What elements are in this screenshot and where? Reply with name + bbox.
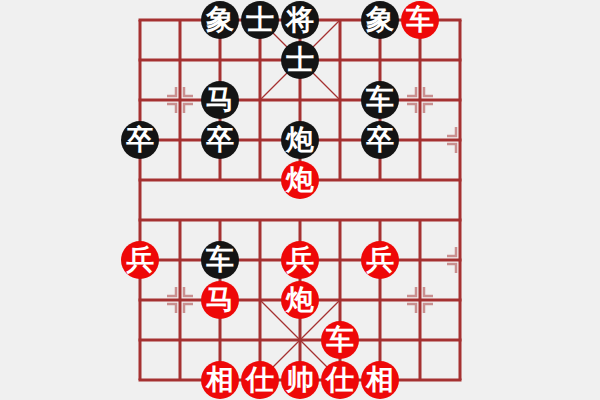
board-point-8-9[interactable] — [440, 360, 480, 400]
board-point-2-1[interactable] — [200, 40, 240, 80]
board-point-4-5[interactable] — [280, 200, 320, 240]
board-point-0-7[interactable] — [120, 280, 160, 320]
board-point-3-5[interactable] — [240, 200, 280, 240]
piece-red-pawn[interactable]: 兵 — [281, 241, 319, 279]
board-point-5-9[interactable]: 仕 — [320, 360, 360, 400]
board-point-2-7[interactable]: 马 — [200, 280, 240, 320]
board-point-6-8[interactable] — [360, 320, 400, 360]
board-point-3-1[interactable] — [240, 40, 280, 80]
board-point-8-1[interactable] — [440, 40, 480, 80]
board-point-6-9[interactable]: 相 — [360, 360, 400, 400]
piece-red-pawn[interactable]: 兵 — [361, 241, 399, 279]
piece-black-pawn[interactable]: 卒 — [201, 121, 239, 159]
board-point-8-2[interactable] — [440, 80, 480, 120]
board-point-2-9[interactable]: 相 — [200, 360, 240, 400]
board-point-5-2[interactable] — [320, 80, 360, 120]
board-point-3-0[interactable]: 士 — [240, 0, 280, 40]
board-point-0-6[interactable]: 兵 — [120, 240, 160, 280]
board-point-6-1[interactable] — [360, 40, 400, 80]
board-point-7-7[interactable] — [400, 280, 440, 320]
board-point-4-1[interactable]: 士 — [280, 40, 320, 80]
piece-red-general[interactable]: 帅 — [281, 361, 319, 399]
board-point-4-7[interactable]: 炮 — [280, 280, 320, 320]
board-point-6-0[interactable]: 象 — [360, 0, 400, 40]
board-point-5-5[interactable] — [320, 200, 360, 240]
piece-black-pawn[interactable]: 卒 — [361, 121, 399, 159]
piece-red-elephant[interactable]: 相 — [201, 361, 239, 399]
piece-black-horse[interactable]: 马 — [201, 81, 239, 119]
piece-black-cannon[interactable]: 炮 — [281, 121, 319, 159]
board-point-3-3[interactable] — [240, 120, 280, 160]
board-point-8-5[interactable] — [440, 200, 480, 240]
board-point-7-5[interactable] — [400, 200, 440, 240]
board-point-0-3[interactable]: 卒 — [120, 120, 160, 160]
board-points-grid: 象士将象车士马车卒卒炮卒炮兵车兵兵马炮车相仕帅仕相 — [120, 0, 480, 400]
board-point-8-8[interactable] — [440, 320, 480, 360]
board-point-6-4[interactable] — [360, 160, 400, 200]
board-point-2-4[interactable] — [200, 160, 240, 200]
board-point-4-6[interactable]: 兵 — [280, 240, 320, 280]
board-point-4-3[interactable]: 炮 — [280, 120, 320, 160]
piece-black-advisor[interactable]: 士 — [241, 1, 279, 39]
board-point-8-6[interactable] — [440, 240, 480, 280]
board-point-1-7[interactable] — [160, 280, 200, 320]
board-point-4-8[interactable] — [280, 320, 320, 360]
board-point-1-0[interactable] — [160, 0, 200, 40]
piece-black-elephant[interactable]: 象 — [201, 1, 239, 39]
board-point-6-2[interactable]: 车 — [360, 80, 400, 120]
piece-black-pawn[interactable]: 卒 — [121, 121, 159, 159]
board-point-4-9[interactable]: 帅 — [280, 360, 320, 400]
board-point-4-0[interactable]: 将 — [280, 0, 320, 40]
piece-black-advisor[interactable]: 士 — [281, 41, 319, 79]
board-point-7-0[interactable]: 车 — [400, 0, 440, 40]
board-point-7-6[interactable] — [400, 240, 440, 280]
piece-red-elephant[interactable]: 相 — [361, 361, 399, 399]
board-point-1-4[interactable] — [160, 160, 200, 200]
piece-black-general[interactable]: 将 — [281, 1, 319, 39]
board-point-1-6[interactable] — [160, 240, 200, 280]
piece-red-advisor[interactable]: 仕 — [241, 361, 279, 399]
board-point-2-2[interactable]: 马 — [200, 80, 240, 120]
board-point-1-1[interactable] — [160, 40, 200, 80]
piece-red-chariot[interactable]: 车 — [401, 1, 439, 39]
board-point-2-3[interactable]: 卒 — [200, 120, 240, 160]
board-point-5-7[interactable] — [320, 280, 360, 320]
board-point-1-8[interactable] — [160, 320, 200, 360]
board-point-2-5[interactable] — [200, 200, 240, 240]
piece-red-chariot[interactable]: 车 — [321, 321, 359, 359]
piece-red-horse[interactable]: 马 — [201, 281, 239, 319]
board-point-3-2[interactable] — [240, 80, 280, 120]
board-point-7-1[interactable] — [400, 40, 440, 80]
board-point-8-3[interactable] — [440, 120, 480, 160]
board-point-1-3[interactable] — [160, 120, 200, 160]
board-point-6-3[interactable]: 卒 — [360, 120, 400, 160]
piece-red-pawn[interactable]: 兵 — [121, 241, 159, 279]
board-point-1-2[interactable] — [160, 80, 200, 120]
board-point-3-8[interactable] — [240, 320, 280, 360]
piece-black-chariot[interactable]: 车 — [361, 81, 399, 119]
board-point-4-4[interactable]: 炮 — [280, 160, 320, 200]
board-point-8-0[interactable] — [440, 0, 480, 40]
board-point-5-3[interactable] — [320, 120, 360, 160]
piece-red-cannon[interactable]: 炮 — [281, 161, 319, 199]
board-point-7-3[interactable] — [400, 120, 440, 160]
board-point-0-5[interactable] — [120, 200, 160, 240]
board-point-8-4[interactable] — [440, 160, 480, 200]
board-point-0-0[interactable] — [120, 0, 160, 40]
board-point-7-9[interactable] — [400, 360, 440, 400]
board-point-7-8[interactable] — [400, 320, 440, 360]
board-point-1-9[interactable] — [160, 360, 200, 400]
board-point-0-9[interactable] — [120, 360, 160, 400]
board-point-7-4[interactable] — [400, 160, 440, 200]
board-point-1-5[interactable] — [160, 200, 200, 240]
board-point-2-6[interactable]: 车 — [200, 240, 240, 280]
board-point-6-7[interactable] — [360, 280, 400, 320]
board-point-5-1[interactable] — [320, 40, 360, 80]
board-point-2-0[interactable]: 象 — [200, 0, 240, 40]
piece-black-elephant[interactable]: 象 — [361, 1, 399, 39]
board-point-5-6[interactable] — [320, 240, 360, 280]
board-point-3-4[interactable] — [240, 160, 280, 200]
board-point-2-8[interactable] — [200, 320, 240, 360]
board-point-3-6[interactable] — [240, 240, 280, 280]
board-point-0-4[interactable] — [120, 160, 160, 200]
board-point-5-0[interactable] — [320, 0, 360, 40]
board-point-7-2[interactable] — [400, 80, 440, 120]
board-point-3-9[interactable]: 仕 — [240, 360, 280, 400]
board-point-8-7[interactable] — [440, 280, 480, 320]
board-point-4-2[interactable] — [280, 80, 320, 120]
board-point-0-2[interactable] — [120, 80, 160, 120]
piece-red-advisor[interactable]: 仕 — [321, 361, 359, 399]
board-point-0-1[interactable] — [120, 40, 160, 80]
board-point-6-6[interactable]: 兵 — [360, 240, 400, 280]
board-point-5-4[interactable] — [320, 160, 360, 200]
board-point-5-8[interactable]: 车 — [320, 320, 360, 360]
piece-black-chariot[interactable]: 车 — [201, 241, 239, 279]
piece-red-cannon[interactable]: 炮 — [281, 281, 319, 319]
xiangqi-board[interactable]: 象士将象车士马车卒卒炮卒炮兵车兵兵马炮车相仕帅仕相 — [0, 0, 600, 400]
board-point-6-5[interactable] — [360, 200, 400, 240]
board-point-3-7[interactable] — [240, 280, 280, 320]
board-point-0-8[interactable] — [120, 320, 160, 360]
